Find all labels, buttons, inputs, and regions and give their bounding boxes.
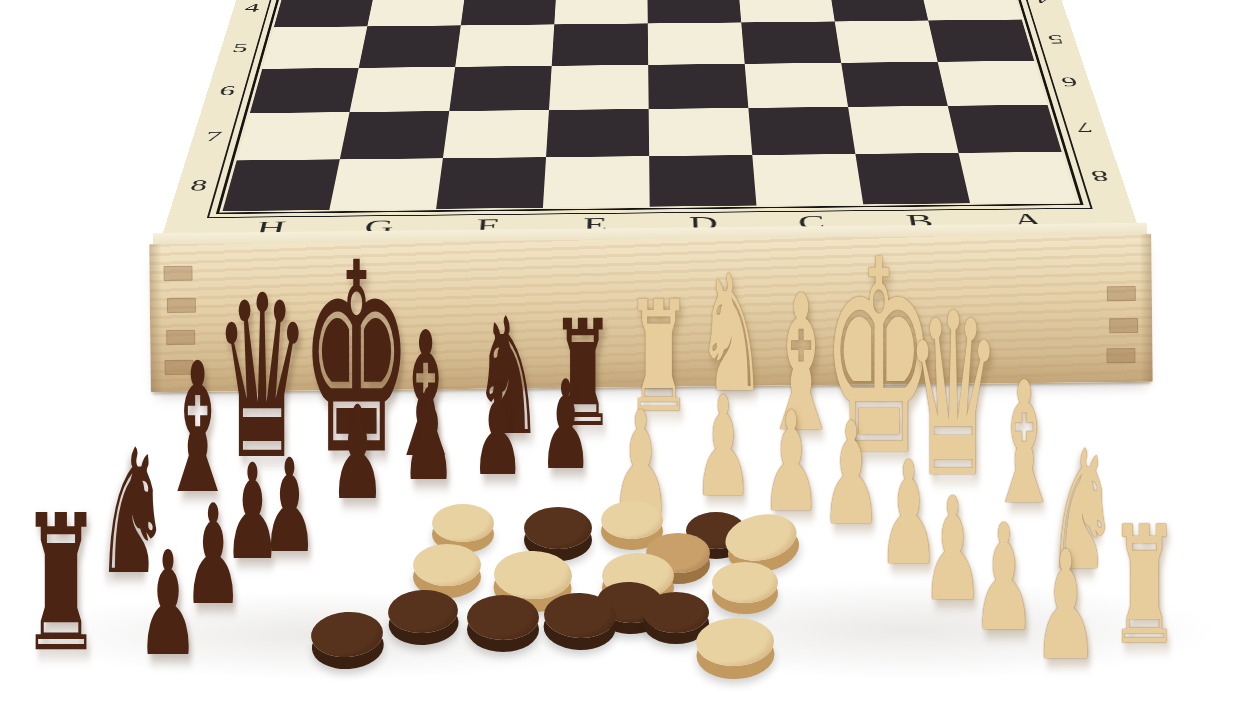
checker-disc-light bbox=[601, 501, 663, 539]
checker-disc-light bbox=[695, 617, 775, 668]
checker-disc-dark bbox=[310, 609, 385, 659]
checker-disc-dark bbox=[524, 507, 592, 549]
checker-disc-light bbox=[493, 550, 573, 601]
checker-disc-dark bbox=[387, 588, 459, 635]
checkers-layer bbox=[0, 0, 1237, 710]
checker-disc-light bbox=[432, 504, 494, 542]
checker-disc-dark bbox=[467, 595, 539, 640]
checker-disc-light bbox=[413, 544, 481, 586]
checker-disc-dark bbox=[643, 592, 709, 633]
chess-set-product-photo: 1122334455667788HGFEDCBA ♞♜♜♝♞♝♚♛♚♟♟♟♛♝♟… bbox=[0, 0, 1237, 710]
checker-disc-light bbox=[712, 562, 778, 603]
